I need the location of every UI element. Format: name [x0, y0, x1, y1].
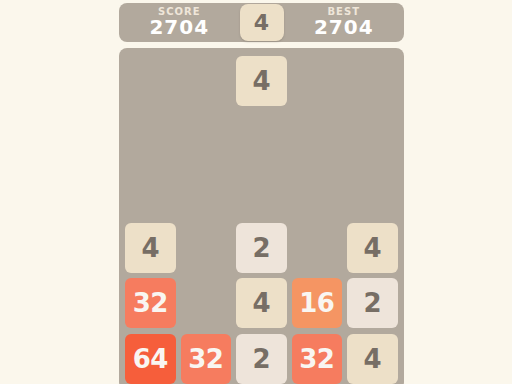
game-board[interactable]: 442432416264322324 [119, 48, 404, 384]
tile: 4 [236, 278, 287, 328]
tile: 4 [347, 334, 398, 384]
tile: 64 [125, 334, 176, 384]
tile: 16 [292, 278, 343, 328]
score-panel: SCORE 2704 [119, 7, 240, 39]
score-value: 2704 [149, 17, 209, 38]
tile-grid[interactable]: 442432416264322324 [119, 48, 404, 384]
score-bar: SCORE 2704 4 BEST 2704 [119, 3, 404, 42]
next-tile-value: 4 [254, 10, 269, 35]
tile: 4 [347, 223, 398, 273]
tile: 2 [347, 278, 398, 328]
tile: 4 [125, 223, 176, 273]
tile: 32 [125, 278, 176, 328]
tile: 2 [236, 223, 287, 273]
tile: 32 [181, 334, 232, 384]
tile: 2 [236, 334, 287, 384]
best-panel: BEST 2704 [284, 7, 405, 39]
tile: 32 [292, 334, 343, 384]
tile: 4 [236, 56, 287, 106]
best-value: 2704 [314, 17, 374, 38]
next-tile-preview: 4 [240, 4, 284, 41]
